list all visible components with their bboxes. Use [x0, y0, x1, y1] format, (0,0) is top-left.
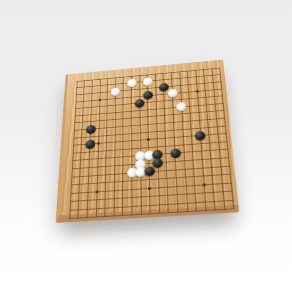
go-board	[55, 59, 247, 231]
black-stone	[143, 91, 153, 100]
black-stone	[85, 139, 95, 149]
black-stone	[86, 124, 96, 133]
black-stone	[135, 99, 145, 108]
white-stone	[111, 87, 120, 96]
stones-layer	[65, 64, 240, 224]
board-wood-surface	[56, 60, 240, 223]
black-stone	[195, 131, 206, 141]
product-photo-background	[0, 0, 292, 292]
white-stone	[143, 77, 152, 86]
black-stone	[153, 158, 163, 168]
black-stone	[159, 82, 169, 91]
white-stone	[167, 89, 177, 98]
white-stone	[127, 79, 136, 88]
white-stone	[176, 102, 186, 111]
black-stone	[144, 166, 154, 176]
black-stone	[170, 148, 181, 158]
board-grid	[65, 64, 240, 224]
